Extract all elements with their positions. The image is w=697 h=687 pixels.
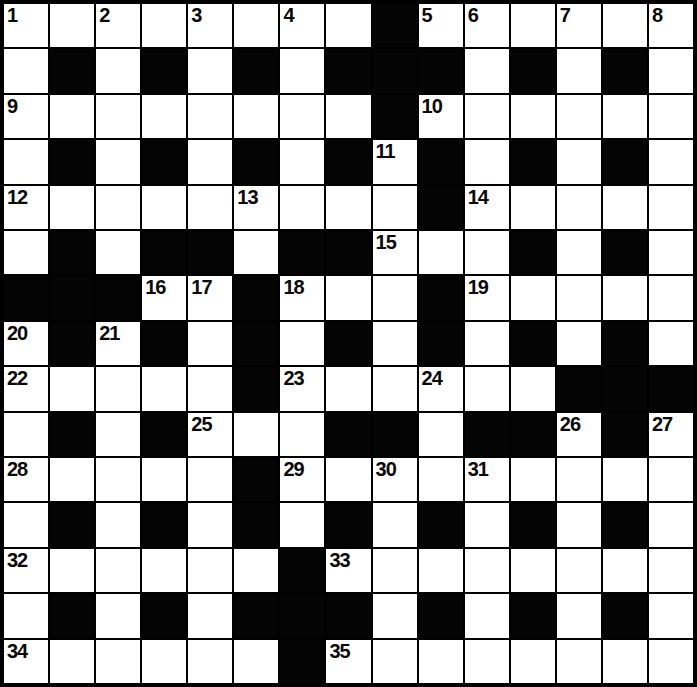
white-cell[interactable] <box>511 640 555 683</box>
clue-number: 35 <box>329 640 349 662</box>
white-cell[interactable]: 35 <box>326 640 370 683</box>
clue-number: 24 <box>422 367 442 389</box>
white-cell[interactable]: 4 <box>280 4 324 47</box>
white-cell[interactable] <box>188 640 232 683</box>
black-cell <box>603 322 647 365</box>
black-cell <box>326 231 370 274</box>
clue-number: 26 <box>560 413 580 435</box>
white-cell[interactable]: 25 <box>188 413 232 456</box>
white-cell[interactable] <box>557 549 601 592</box>
black-cell <box>603 49 647 92</box>
white-cell[interactable] <box>511 458 555 501</box>
white-cell[interactable] <box>188 367 232 410</box>
white-cell[interactable] <box>603 276 647 319</box>
white-cell[interactable] <box>511 95 555 138</box>
white-cell[interactable] <box>649 186 693 229</box>
black-cell <box>234 503 278 546</box>
black-cell <box>50 322 94 365</box>
clue-number: 34 <box>7 640 27 662</box>
white-cell[interactable]: 27 <box>649 413 693 456</box>
black-cell <box>142 231 186 274</box>
black-cell <box>50 49 94 92</box>
white-cell[interactable] <box>557 322 601 365</box>
white-cell[interactable] <box>188 49 232 92</box>
clue-number: 25 <box>191 413 211 435</box>
clue-number: 3 <box>191 4 201 26</box>
clue-number: 20 <box>7 322 27 344</box>
white-cell[interactable] <box>96 458 140 501</box>
white-cell[interactable] <box>649 549 693 592</box>
black-cell <box>50 276 94 319</box>
white-cell[interactable] <box>649 276 693 319</box>
white-cell[interactable] <box>649 231 693 274</box>
white-cell[interactable] <box>188 186 232 229</box>
clue-number: 18 <box>283 276 303 298</box>
clue-number: 1 <box>7 4 17 26</box>
black-cell <box>280 549 324 592</box>
black-cell <box>511 594 555 637</box>
black-cell <box>188 231 232 274</box>
black-cell <box>234 367 278 410</box>
white-cell[interactable] <box>465 231 509 274</box>
black-cell <box>142 49 186 92</box>
clue-number: 5 <box>422 4 432 26</box>
white-cell[interactable]: 34 <box>4 640 48 683</box>
white-cell[interactable]: 7 <box>557 4 601 47</box>
black-cell <box>419 594 463 637</box>
white-cell[interactable] <box>188 322 232 365</box>
white-cell[interactable] <box>4 231 48 274</box>
clue-number: 9 <box>7 95 17 117</box>
white-cell[interactable] <box>188 140 232 183</box>
white-cell[interactable]: 2 <box>96 4 140 47</box>
white-cell[interactable] <box>419 458 463 501</box>
clue-number: 30 <box>376 458 396 480</box>
white-cell[interactable] <box>649 49 693 92</box>
white-cell[interactable] <box>96 640 140 683</box>
white-cell[interactable] <box>419 413 463 456</box>
white-cell[interactable] <box>234 4 278 47</box>
clue-number: 4 <box>283 4 293 26</box>
black-cell <box>603 140 647 183</box>
white-cell[interactable] <box>188 503 232 546</box>
black-cell <box>234 49 278 92</box>
black-cell <box>50 140 94 183</box>
white-cell[interactable]: 9 <box>4 95 48 138</box>
white-cell[interactable]: 13 <box>234 186 278 229</box>
white-cell[interactable] <box>96 594 140 637</box>
black-cell <box>326 413 370 456</box>
clue-number: 22 <box>7 367 27 389</box>
white-cell[interactable] <box>603 4 647 47</box>
white-cell[interactable] <box>465 503 509 546</box>
black-cell <box>326 503 370 546</box>
black-cell <box>511 49 555 92</box>
white-cell[interactable]: 6 <box>465 4 509 47</box>
black-cell <box>419 49 463 92</box>
white-cell[interactable] <box>50 4 94 47</box>
white-cell[interactable] <box>373 367 417 410</box>
black-cell <box>280 594 324 637</box>
white-cell[interactable]: 19 <box>465 276 509 319</box>
black-cell <box>326 322 370 365</box>
clue-number: 11 <box>376 140 395 162</box>
crossword-puzzle: 1234567891011121314151617181920212223242… <box>0 0 697 687</box>
white-cell[interactable] <box>280 503 324 546</box>
white-cell[interactable] <box>4 594 48 637</box>
white-cell[interactable] <box>280 186 324 229</box>
white-cell[interactable] <box>373 322 417 365</box>
white-cell[interactable] <box>234 640 278 683</box>
white-cell[interactable] <box>234 231 278 274</box>
white-cell[interactable]: 1 <box>4 4 48 47</box>
white-cell[interactable] <box>280 95 324 138</box>
black-cell <box>419 503 463 546</box>
black-cell <box>50 413 94 456</box>
black-cell <box>603 594 647 637</box>
black-cell <box>419 276 463 319</box>
black-cell <box>142 594 186 637</box>
clue-number: 15 <box>376 231 396 253</box>
white-cell[interactable]: 31 <box>465 458 509 501</box>
white-cell[interactable] <box>142 549 186 592</box>
white-cell[interactable] <box>96 367 140 410</box>
white-cell[interactable] <box>465 95 509 138</box>
white-cell[interactable] <box>649 95 693 138</box>
black-cell <box>280 640 324 683</box>
clue-number: 12 <box>7 186 27 208</box>
clue-number: 33 <box>329 549 349 571</box>
white-cell[interactable] <box>419 549 463 592</box>
black-cell <box>603 231 647 274</box>
white-cell[interactable]: 33 <box>326 549 370 592</box>
white-cell[interactable] <box>373 640 417 683</box>
white-cell[interactable] <box>465 594 509 637</box>
black-cell <box>373 413 417 456</box>
white-cell[interactable] <box>280 140 324 183</box>
white-cell[interactable]: 5 <box>419 4 463 47</box>
black-cell <box>234 594 278 637</box>
white-cell[interactable]: 20 <box>4 322 48 365</box>
white-cell[interactable] <box>419 231 463 274</box>
black-cell <box>50 503 94 546</box>
black-cell <box>234 276 278 319</box>
white-cell[interactable] <box>142 4 186 47</box>
white-cell[interactable] <box>603 95 647 138</box>
white-cell[interactable] <box>188 95 232 138</box>
white-cell[interactable] <box>511 367 555 410</box>
white-cell[interactable]: 30 <box>373 458 417 501</box>
white-cell[interactable] <box>419 640 463 683</box>
white-cell[interactable] <box>96 503 140 546</box>
white-cell[interactable] <box>465 367 509 410</box>
white-cell[interactable] <box>511 186 555 229</box>
white-cell[interactable] <box>649 458 693 501</box>
white-cell[interactable]: 32 <box>4 549 48 592</box>
black-cell <box>603 503 647 546</box>
crossword-grid: 1234567891011121314151617181920212223242… <box>0 0 697 687</box>
black-cell <box>373 4 417 47</box>
white-cell[interactable]: 24 <box>419 367 463 410</box>
clue-number: 10 <box>422 95 442 117</box>
white-cell[interactable] <box>465 549 509 592</box>
white-cell[interactable] <box>326 367 370 410</box>
clue-number: 16 <box>145 276 165 298</box>
white-cell[interactable]: 17 <box>188 276 232 319</box>
white-cell[interactable] <box>373 594 417 637</box>
white-cell[interactable] <box>557 95 601 138</box>
white-cell[interactable] <box>234 95 278 138</box>
clue-number: 14 <box>468 186 488 208</box>
clue-number: 19 <box>468 276 488 298</box>
white-cell[interactable] <box>188 458 232 501</box>
white-cell[interactable] <box>4 503 48 546</box>
white-cell[interactable] <box>96 413 140 456</box>
white-cell[interactable] <box>4 140 48 183</box>
clue-number: 32 <box>7 549 27 571</box>
white-cell[interactable] <box>465 49 509 92</box>
white-cell[interactable] <box>326 276 370 319</box>
white-cell[interactable]: 16 <box>142 276 186 319</box>
white-cell[interactable] <box>465 640 509 683</box>
black-cell <box>326 140 370 183</box>
white-cell[interactable] <box>50 186 94 229</box>
white-cell[interactable] <box>142 458 186 501</box>
black-cell <box>142 322 186 365</box>
white-cell[interactable] <box>96 231 140 274</box>
white-cell[interactable] <box>603 640 647 683</box>
white-cell[interactable] <box>373 503 417 546</box>
white-cell[interactable] <box>557 231 601 274</box>
clue-number: 31 <box>468 458 488 480</box>
black-cell <box>603 367 647 410</box>
black-cell <box>142 503 186 546</box>
white-cell[interactable] <box>557 140 601 183</box>
white-cell[interactable]: 8 <box>649 4 693 47</box>
black-cell <box>50 594 94 637</box>
black-cell <box>280 231 324 274</box>
white-cell[interactable] <box>557 49 601 92</box>
white-cell[interactable]: 15 <box>373 231 417 274</box>
white-cell[interactable] <box>4 49 48 92</box>
white-cell[interactable] <box>96 49 140 92</box>
white-cell[interactable]: 28 <box>4 458 48 501</box>
black-cell <box>465 413 509 456</box>
white-cell[interactable]: 26 <box>557 413 601 456</box>
white-cell[interactable] <box>50 367 94 410</box>
black-cell <box>50 231 94 274</box>
white-cell[interactable]: 14 <box>465 186 509 229</box>
black-cell <box>96 276 140 319</box>
black-cell <box>511 413 555 456</box>
black-cell <box>557 367 601 410</box>
white-cell[interactable] <box>557 186 601 229</box>
white-cell[interactable] <box>280 49 324 92</box>
black-cell <box>649 367 693 410</box>
white-cell[interactable]: 23 <box>280 367 324 410</box>
clue-number: 8 <box>652 4 662 26</box>
black-cell <box>4 276 48 319</box>
black-cell <box>142 140 186 183</box>
black-cell <box>373 49 417 92</box>
white-cell[interactable] <box>557 594 601 637</box>
clue-number: 27 <box>652 413 672 435</box>
white-cell[interactable] <box>511 549 555 592</box>
white-cell[interactable] <box>649 322 693 365</box>
white-cell[interactable] <box>188 549 232 592</box>
white-cell[interactable] <box>511 276 555 319</box>
white-cell[interactable] <box>50 95 94 138</box>
black-cell <box>419 322 463 365</box>
white-cell[interactable]: 21 <box>96 322 140 365</box>
white-cell[interactable] <box>142 640 186 683</box>
white-cell[interactable] <box>50 640 94 683</box>
white-cell[interactable] <box>326 458 370 501</box>
white-cell[interactable] <box>465 140 509 183</box>
white-cell[interactable] <box>326 95 370 138</box>
white-cell[interactable] <box>96 140 140 183</box>
white-cell[interactable] <box>373 276 417 319</box>
white-cell[interactable] <box>188 594 232 637</box>
white-cell[interactable] <box>50 549 94 592</box>
white-cell[interactable] <box>649 594 693 637</box>
white-cell[interactable] <box>557 640 601 683</box>
clue-number: 7 <box>560 4 570 26</box>
white-cell[interactable] <box>649 140 693 183</box>
white-cell[interactable] <box>280 322 324 365</box>
white-cell[interactable] <box>603 186 647 229</box>
white-cell[interactable] <box>4 413 48 456</box>
black-cell <box>603 413 647 456</box>
clue-number: 2 <box>99 4 109 26</box>
white-cell[interactable] <box>142 186 186 229</box>
clue-number: 29 <box>283 458 303 480</box>
clue-number: 13 <box>237 186 257 208</box>
white-cell[interactable]: 11 <box>373 140 417 183</box>
clue-number: 23 <box>283 367 303 389</box>
black-cell <box>511 140 555 183</box>
white-cell[interactable]: 3 <box>188 4 232 47</box>
white-cell[interactable] <box>326 186 370 229</box>
clue-number: 28 <box>7 458 27 480</box>
black-cell <box>511 322 555 365</box>
white-cell[interactable] <box>557 276 601 319</box>
black-cell <box>234 140 278 183</box>
white-cell[interactable] <box>603 458 647 501</box>
black-cell <box>419 140 463 183</box>
white-cell[interactable] <box>557 458 601 501</box>
white-cell[interactable] <box>96 549 140 592</box>
black-cell <box>511 231 555 274</box>
black-cell <box>234 322 278 365</box>
black-cell <box>234 458 278 501</box>
white-cell[interactable] <box>142 367 186 410</box>
black-cell <box>326 594 370 637</box>
white-cell[interactable] <box>373 186 417 229</box>
white-cell[interactable] <box>603 549 647 592</box>
clue-number: 21 <box>99 322 119 344</box>
white-cell[interactable] <box>234 413 278 456</box>
white-cell[interactable] <box>96 186 140 229</box>
black-cell <box>326 49 370 92</box>
white-cell[interactable] <box>326 4 370 47</box>
white-cell[interactable] <box>649 640 693 683</box>
white-cell[interactable] <box>373 549 417 592</box>
black-cell <box>419 186 463 229</box>
clue-number: 17 <box>191 276 211 298</box>
white-cell[interactable]: 18 <box>280 276 324 319</box>
white-cell[interactable] <box>234 549 278 592</box>
black-cell <box>373 95 417 138</box>
white-cell[interactable]: 10 <box>419 95 463 138</box>
white-cell[interactable] <box>557 503 601 546</box>
clue-number: 6 <box>468 4 478 26</box>
white-cell[interactable] <box>465 322 509 365</box>
black-cell <box>142 413 186 456</box>
white-cell[interactable] <box>280 413 324 456</box>
white-cell[interactable] <box>96 95 140 138</box>
white-cell[interactable] <box>511 4 555 47</box>
black-cell <box>511 503 555 546</box>
white-cell[interactable] <box>649 503 693 546</box>
white-cell[interactable]: 22 <box>4 367 48 410</box>
white-cell[interactable] <box>142 95 186 138</box>
white-cell[interactable] <box>50 458 94 501</box>
white-cell[interactable]: 29 <box>280 458 324 501</box>
white-cell[interactable]: 12 <box>4 186 48 229</box>
